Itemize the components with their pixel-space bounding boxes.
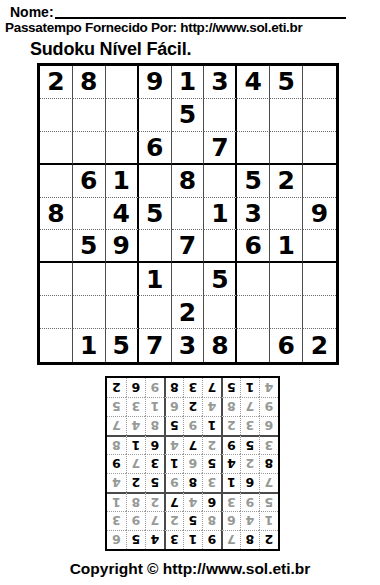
solution-cell-r2c1: 1 [259, 511, 278, 530]
cell-r3c2[interactable] [73, 132, 106, 165]
name-row: Nome: [10, 3, 346, 19]
cell-r7c6: 5 [204, 263, 237, 296]
cell-r1c3[interactable] [106, 66, 139, 99]
cell-r9c5: 3 [172, 329, 205, 362]
solution-cell-r8c6: 6 [164, 397, 183, 416]
cell-r7c3[interactable] [106, 263, 139, 296]
solution-cell-r8c7: 1 [145, 397, 164, 416]
solution-cell-r1c6: 3 [164, 530, 183, 549]
cell-r8c8[interactable] [270, 296, 303, 329]
solution-cell-r5c9: 9 [107, 454, 126, 473]
solution-cell-r3c7: 2 [145, 492, 164, 511]
cell-r3c5[interactable] [172, 132, 205, 165]
solution-cell-r9c5: 3 [183, 378, 202, 397]
cell-r9c6: 8 [204, 329, 237, 362]
solution-cell-r9c9: 2 [107, 378, 126, 397]
name-label: Nome: [10, 5, 54, 19]
cell-r6c5: 7 [172, 230, 205, 263]
cell-r7c1[interactable] [40, 263, 73, 296]
cell-r1c4: 9 [139, 66, 172, 99]
cell-r9c1[interactable] [40, 329, 73, 362]
cell-r8c7[interactable] [237, 296, 270, 329]
solution-cell-r6c9: 8 [107, 435, 126, 454]
solution-grid: 2879134561468527935936472817613895248245… [105, 376, 280, 551]
cell-r5c9: 9 [303, 198, 336, 231]
cell-r4c5: 8 [172, 165, 205, 198]
cell-r5c5[interactable] [172, 198, 205, 231]
cell-r5c6: 1 [204, 198, 237, 231]
solution-cell-r2c6: 2 [164, 511, 183, 530]
cell-r1c2: 8 [73, 66, 106, 99]
cell-r6c3: 9 [106, 230, 139, 263]
solution-cell-r7c8: 4 [126, 416, 145, 435]
solution-cell-r6c7: 6 [145, 435, 164, 454]
solution-cell-r5c5: 6 [183, 454, 202, 473]
cell-r7c2[interactable] [73, 263, 106, 296]
name-blank-line [55, 4, 346, 19]
cell-r3c6: 7 [204, 132, 237, 165]
solution-cell-r9c2: 1 [240, 378, 259, 397]
cell-r5c3: 4 [106, 198, 139, 231]
solution-cell-r1c4: 9 [202, 530, 221, 549]
cell-r4c7: 5 [237, 165, 270, 198]
cell-r2c5: 5 [172, 99, 205, 132]
solution-cell-r1c1: 2 [259, 530, 278, 549]
cell-r5c7: 3 [237, 198, 270, 231]
solution-cell-r7c5: 9 [183, 416, 202, 435]
solution-cell-r9c8: 6 [126, 378, 145, 397]
cell-r4c9[interactable] [303, 165, 336, 198]
cell-r6c1[interactable] [40, 230, 73, 263]
cell-r5c2[interactable] [73, 198, 106, 231]
cell-r6c6[interactable] [204, 230, 237, 263]
solution-cell-r4c4: 3 [202, 473, 221, 492]
cell-r4c1[interactable] [40, 165, 73, 198]
solution-cell-r3c9: 1 [107, 492, 126, 511]
cell-r4c2: 6 [73, 165, 106, 198]
cell-r7c8[interactable] [270, 263, 303, 296]
solution-cell-r2c8: 9 [126, 511, 145, 530]
solution-cell-r8c5: 2 [183, 397, 202, 416]
solution-cell-r3c5: 4 [183, 492, 202, 511]
solution-cell-r6c5: 7 [183, 435, 202, 454]
solution-cell-r2c9: 3 [107, 511, 126, 530]
solution-cell-r7c7: 8 [145, 416, 164, 435]
solution-cell-r4c2: 6 [240, 473, 259, 492]
solution-cell-r5c8: 7 [126, 454, 145, 473]
solution-cell-r6c2: 5 [240, 435, 259, 454]
solution-cell-r5c3: 4 [221, 454, 240, 473]
provider-line: Passatempo Fornecido Por: http://www.sol… [5, 20, 377, 35]
cell-r7c4: 1 [139, 263, 172, 296]
solution-cell-r5c2: 2 [240, 454, 259, 473]
solution-cell-r1c3: 7 [221, 530, 240, 549]
cell-r6c9[interactable] [303, 230, 336, 263]
solution-cell-r8c2: 7 [240, 397, 259, 416]
solution-cell-r3c2: 9 [240, 492, 259, 511]
cell-r9c2: 1 [73, 329, 106, 362]
cell-r1c1: 2 [40, 66, 73, 99]
solution-cell-r1c2: 8 [240, 530, 259, 549]
cell-r6c2: 5 [73, 230, 106, 263]
cell-r2c1[interactable] [40, 99, 73, 132]
solution-cell-r3c4: 6 [202, 492, 221, 511]
cell-r8c5: 2 [172, 296, 205, 329]
cell-r1c8: 5 [270, 66, 303, 99]
cell-r8c9[interactable] [303, 296, 336, 329]
solution-cell-r8c9: 5 [107, 397, 126, 416]
cell-r5c1: 8 [40, 198, 73, 231]
cell-r3c3[interactable] [106, 132, 139, 165]
cell-r9c8: 6 [270, 329, 303, 362]
cell-r3c4: 6 [139, 132, 172, 165]
solution-cell-r8c8: 3 [126, 397, 145, 416]
solution-cell-r6c3: 9 [221, 435, 240, 454]
cell-r2c6[interactable] [204, 99, 237, 132]
cell-r4c8: 2 [270, 165, 303, 198]
cell-r4c4[interactable] [139, 165, 172, 198]
solution-cell-r6c1: 3 [259, 435, 278, 454]
cell-r2c8[interactable] [270, 99, 303, 132]
solution-cell-r5c7: 3 [145, 454, 164, 473]
cell-r3c1[interactable] [40, 132, 73, 165]
solution-cell-r3c3: 3 [221, 492, 240, 511]
copyright: Copyright © http://www.sol.eti.br [0, 560, 380, 578]
cell-r6c7: 6 [237, 230, 270, 263]
solution-cell-r3c1: 5 [259, 492, 278, 511]
page-title: Sudoku Nível Fácil. [30, 39, 191, 60]
cell-r8c2[interactable] [73, 296, 106, 329]
cell-r1c5: 1 [172, 66, 205, 99]
cell-r8c1[interactable] [40, 296, 73, 329]
solution-cell-r4c1: 7 [259, 473, 278, 492]
cell-r4c3: 1 [106, 165, 139, 198]
solution-cell-r7c3: 2 [221, 416, 240, 435]
cell-r2c4[interactable] [139, 99, 172, 132]
cell-r9c7[interactable] [237, 329, 270, 362]
solution-cell-r6c4: 2 [202, 435, 221, 454]
solution-cell-r4c6: 9 [164, 473, 183, 492]
solution-cell-r4c9: 4 [107, 473, 126, 492]
solution-cell-r7c4: 1 [202, 416, 221, 435]
solution-cell-r6c6: 4 [164, 435, 183, 454]
solution-cell-r4c3: 1 [221, 473, 240, 492]
solution-cell-r8c3: 8 [221, 397, 240, 416]
cell-r3c7[interactable] [237, 132, 270, 165]
solution-cell-r4c7: 5 [145, 473, 164, 492]
solution-cell-r3c6: 7 [164, 492, 183, 511]
solution-cell-r9c3: 5 [221, 378, 240, 397]
solution-cell-r7c9: 7 [107, 416, 126, 435]
solution-cell-r6c8: 1 [126, 435, 145, 454]
solution-cell-r4c5: 8 [183, 473, 202, 492]
solution-cell-r3c8: 8 [126, 492, 145, 511]
puzzle-grid: 289134556761852845139597611521573862 [37, 63, 339, 365]
solution-cell-r1c5: 1 [183, 530, 202, 549]
solution-cell-r1c8: 5 [126, 530, 145, 549]
cell-r1c9[interactable] [303, 66, 336, 99]
cell-r5c8[interactable] [270, 198, 303, 231]
cell-r8c6[interactable] [204, 296, 237, 329]
solution-cell-r9c1: 4 [259, 378, 278, 397]
solution-cell-r2c5: 5 [183, 511, 202, 530]
solution-cell-r9c4: 7 [202, 378, 221, 397]
solution-cell-r2c4: 8 [202, 511, 221, 530]
cell-r4c6[interactable] [204, 165, 237, 198]
cell-r7c7[interactable] [237, 263, 270, 296]
cell-r9c4: 7 [139, 329, 172, 362]
cell-r9c3: 5 [106, 329, 139, 362]
cell-r3c9[interactable] [303, 132, 336, 165]
sudoku-worksheet: Nome: Passatempo Fornecido Por: http://w… [0, 0, 380, 585]
solution-cell-r2c7: 7 [145, 511, 164, 530]
cell-r2c3[interactable] [106, 99, 139, 132]
cell-r6c8: 1 [270, 230, 303, 263]
cell-r2c7[interactable] [237, 99, 270, 132]
cell-r1c7: 4 [237, 66, 270, 99]
solution-cell-r5c6: 1 [164, 454, 183, 473]
solution-cell-r7c6: 5 [164, 416, 183, 435]
solution-cell-r5c1: 8 [259, 454, 278, 473]
cell-r2c9[interactable] [303, 99, 336, 132]
solution-cell-r5c4: 5 [202, 454, 221, 473]
cell-r1c6: 3 [204, 66, 237, 99]
solution-cell-r4c8: 2 [126, 473, 145, 492]
solution-cell-r8c4: 4 [202, 397, 221, 416]
solution-cell-r2c2: 4 [240, 511, 259, 530]
solution-cell-r2c3: 6 [221, 511, 240, 530]
cell-r3c8[interactable] [270, 132, 303, 165]
solution-cell-r9c7: 9 [145, 378, 164, 397]
solution-cell-r8c1: 9 [259, 397, 278, 416]
cell-r9c9: 2 [303, 329, 336, 362]
cell-r8c3[interactable] [106, 296, 139, 329]
cell-r2c2[interactable] [73, 99, 106, 132]
cell-r7c5[interactable] [172, 263, 205, 296]
solution-cell-r7c2: 3 [240, 416, 259, 435]
solution-cell-r7c1: 6 [259, 416, 278, 435]
solution-cell-r9c6: 8 [164, 378, 183, 397]
solution-cell-r1c9: 6 [107, 530, 126, 549]
cell-r5c4: 5 [139, 198, 172, 231]
cell-r6c4[interactable] [139, 230, 172, 263]
cell-r7c9[interactable] [303, 263, 336, 296]
cell-r8c4[interactable] [139, 296, 172, 329]
solution-cell-r1c7: 4 [145, 530, 164, 549]
